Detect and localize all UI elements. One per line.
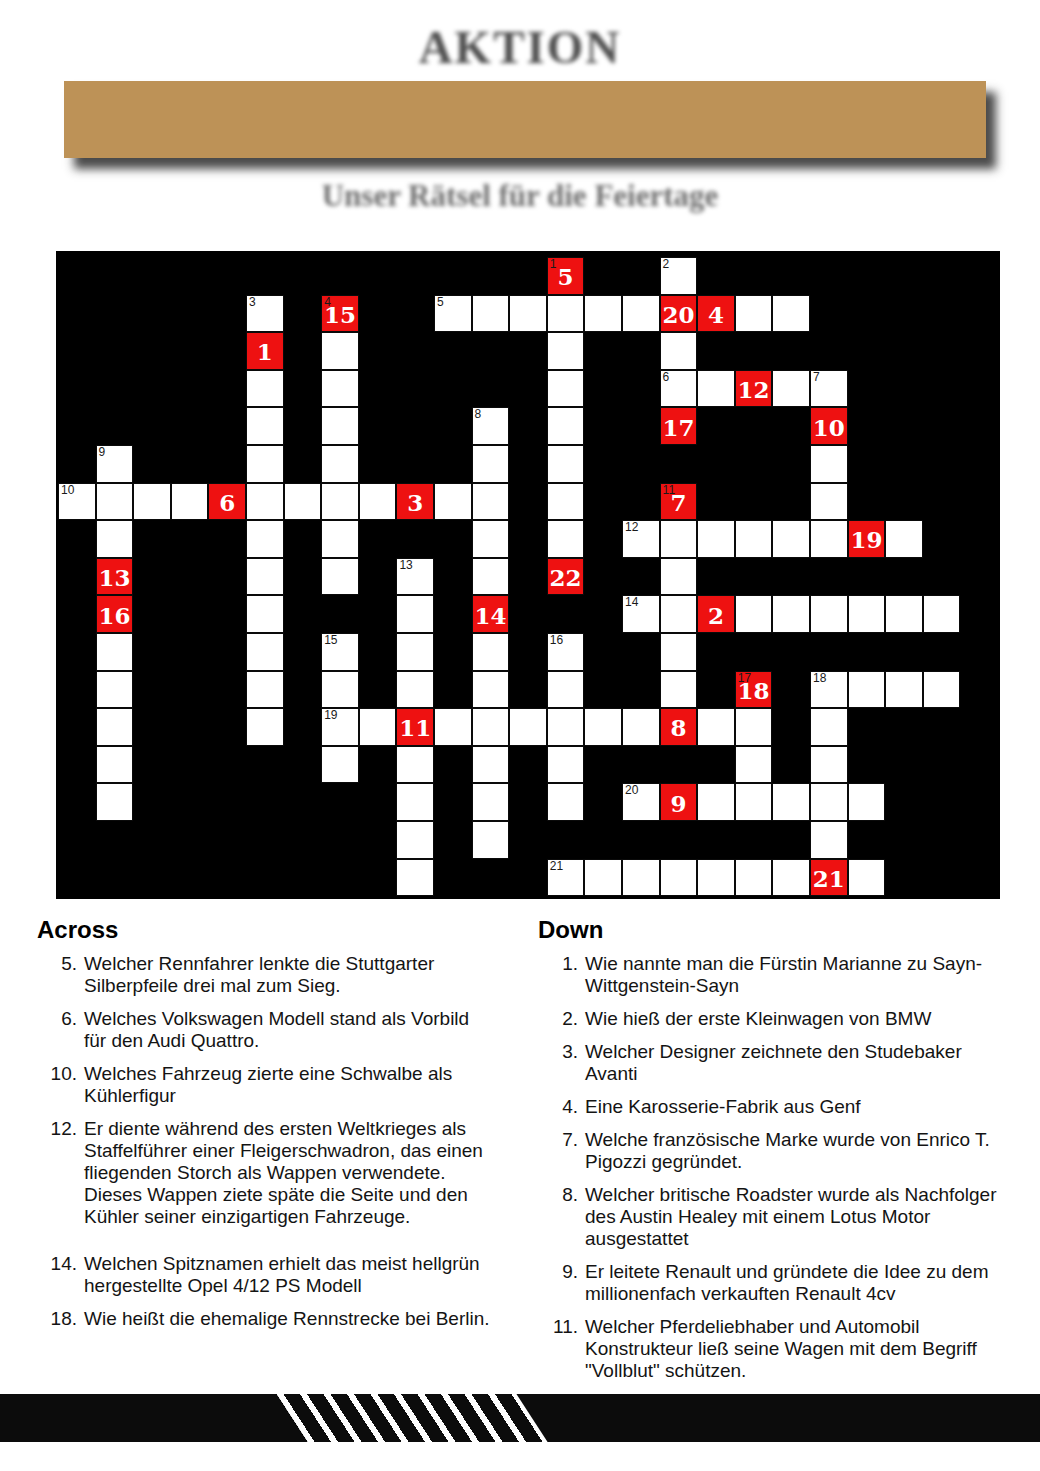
grid-cell [584, 859, 622, 897]
clues-section: Across 5.Welcher Rennfahrer lenkte die S… [0, 916, 1040, 1376]
highlight-cell: 711 [660, 483, 698, 521]
highlight-number: 8 [670, 716, 686, 739]
grid-cell [772, 783, 810, 821]
highlight-number: 19 [850, 528, 882, 551]
grid-cell: 6 [660, 370, 698, 408]
grid-cell [171, 483, 209, 521]
clue-number: 9 [99, 446, 106, 459]
clue-number: 13 [399, 559, 412, 572]
clue-item: 3.Welcher Designer zeichnete den Studeba… [538, 1041, 1020, 1085]
grid-cell [547, 332, 585, 370]
highlight-number: 6 [219, 491, 235, 514]
grid-cell: 14 [622, 595, 660, 633]
grid-cell [660, 520, 698, 558]
title-banner [64, 81, 986, 158]
page-subtitle: Unser Rätsel für die Feiertage [0, 178, 1040, 214]
grid-cell [810, 746, 848, 784]
clue-item-text: Welches Volkswagen Modell stand als Vorb… [84, 1008, 494, 1052]
clue-item-text: Welche französische Marke wurde von Enri… [585, 1129, 1005, 1173]
grid-cell [547, 370, 585, 408]
grid-cell [848, 859, 886, 897]
grid-cell [321, 483, 359, 521]
grid-cell: 19 [321, 708, 359, 746]
grid-cell [848, 595, 886, 633]
clue-number: 14 [625, 596, 638, 609]
grid-cell [246, 595, 284, 633]
grid-cell [547, 783, 585, 821]
grid-cell: 13 [396, 558, 434, 596]
highlight-cell: 13 [96, 558, 134, 596]
grid-cell [735, 520, 773, 558]
grid-cell: 18 [810, 671, 848, 709]
highlight-cell: 51 [547, 257, 585, 295]
grid-cell [660, 859, 698, 897]
clue-number: 11 [663, 484, 675, 497]
grid-cell: 10 [58, 483, 96, 521]
page-title: AKTION [0, 20, 1040, 74]
clue-number: 18 [813, 672, 826, 685]
clue-item-number: 5. [37, 953, 84, 997]
grid-cell [810, 483, 848, 521]
grid-cell [772, 370, 810, 408]
grid-cell: 9 [96, 445, 134, 483]
grid-cell: 2 [660, 257, 698, 295]
grid-cell [923, 595, 961, 633]
clue-item: 12.Er diente während des ersten Weltkrie… [37, 1118, 499, 1228]
clue-item-text: Welcher Pferdeliebhaber und Automobil Ko… [585, 1316, 1005, 1382]
clue-number: 21 [550, 860, 563, 873]
grid-cell [321, 445, 359, 483]
grid-cell: 3 [246, 295, 284, 333]
grid-cell [547, 483, 585, 521]
grid-cell [472, 483, 510, 521]
clue-item-number: 14. [37, 1253, 84, 1297]
clue-item-text: Eine Karosserie-Fabrik aus Genf [585, 1096, 1005, 1118]
grid-cell [810, 821, 848, 859]
clue-item-number: 9. [538, 1261, 585, 1305]
highlight-cell: 16 [96, 595, 134, 633]
grid-cell: 8 [472, 407, 510, 445]
clue-item: 10.Welches Fahrzeug zierte eine Schwalbe… [37, 1063, 499, 1107]
grid-cell: 21 [547, 859, 585, 897]
clue-number: 8 [475, 408, 482, 421]
grid-cell [584, 708, 622, 746]
highlight-cell: 154 [321, 295, 359, 333]
grid-cell [246, 520, 284, 558]
clue-item-number: 10. [37, 1063, 84, 1107]
grid-cell [246, 708, 284, 746]
across-heading: Across [37, 916, 499, 944]
clue-item: 4.Eine Karosserie-Fabrik aus Genf [538, 1096, 1020, 1118]
grid-cell [810, 783, 848, 821]
clue-number: 2 [663, 258, 670, 271]
grid-cell [547, 746, 585, 784]
grid-cell [96, 671, 134, 709]
grid-cell [923, 671, 961, 709]
highlight-number: 5 [558, 265, 574, 288]
clue-item-number: 1. [538, 953, 585, 997]
grid-cell [359, 483, 397, 521]
clue-item-text: Welcher Designer zeichnete den Studebake… [585, 1041, 1005, 1085]
crossword-board: 5123154520416127817109106371112191313221… [56, 251, 1000, 899]
grid-cell [96, 483, 134, 521]
grid-cell [321, 407, 359, 445]
highlight-cell: 11 [396, 708, 434, 746]
clue-item: 18.Wie heißt die ehemalige Rennstrecke b… [37, 1308, 499, 1330]
grid-cell [321, 332, 359, 370]
grid-cell [735, 859, 773, 897]
clue-item-number: 4. [538, 1096, 585, 1118]
clue-number: 15 [324, 634, 337, 647]
down-section: Down 1.Wie nannte man die Fürstin Marian… [538, 916, 1020, 1393]
highlight-number: 9 [670, 792, 686, 815]
grid-cell [547, 708, 585, 746]
grid-cell [697, 859, 735, 897]
grid-cell [810, 595, 848, 633]
grid-cell: 15 [321, 633, 359, 671]
grid-cell [96, 633, 134, 671]
grid-cell [660, 633, 698, 671]
grid-cell [321, 671, 359, 709]
grid-cell [697, 520, 735, 558]
grid-cell [359, 708, 397, 746]
grid-cell [547, 295, 585, 333]
highlight-cell: 17 [660, 407, 698, 445]
highlight-cell: 21 [810, 859, 848, 897]
clue-item: 5.Welcher Rennfahrer lenkte die Stuttgar… [37, 953, 499, 997]
down-clue-list: 1.Wie nannte man die Fürstin Marianne zu… [538, 953, 1020, 1382]
clue-item: 6.Welches Volkswagen Modell stand als Vo… [37, 1008, 499, 1052]
grid-cell [321, 746, 359, 784]
grid-cell [735, 708, 773, 746]
grid-cell [434, 708, 472, 746]
grid-cell [622, 859, 660, 897]
clue-item-number: 2. [538, 1008, 585, 1030]
clue-item: 2.Wie hieß der erste Kleinwagen von BMW [538, 1008, 1020, 1030]
grid-cell [735, 295, 773, 333]
clue-number: 7 [813, 371, 820, 384]
clue-item-number: 18. [37, 1308, 84, 1330]
clue-item-text: Er diente während des ersten Weltkrieges… [84, 1118, 494, 1228]
highlight-number: 21 [813, 867, 845, 890]
grid-cell [547, 407, 585, 445]
grid-cell [697, 370, 735, 408]
grid-cell [434, 483, 472, 521]
highlight-cell: 1 [246, 332, 284, 370]
clue-item: 11.Welcher Pferdeliebhaber und Automobil… [538, 1316, 1020, 1382]
grid-cell [622, 708, 660, 746]
clue-item-text: Wie hieß der erste Kleinwagen von BMW [585, 1008, 1005, 1030]
highlight-cell: 2 [697, 595, 735, 633]
grid-cell [885, 595, 923, 633]
grid-cell [396, 671, 434, 709]
clue-number: 6 [663, 371, 670, 384]
grid-cell [885, 520, 923, 558]
clue-number: 19 [324, 709, 337, 722]
grid-cell [246, 558, 284, 596]
grid-cell [472, 746, 510, 784]
clue-item-number: 6. [37, 1008, 84, 1052]
grid-cell [472, 558, 510, 596]
clue-item-text: Welcher Rennfahrer lenkte die Stuttgarte… [84, 953, 494, 997]
grid-cell [772, 520, 810, 558]
grid-cell: 20 [622, 783, 660, 821]
grid-cell [396, 746, 434, 784]
clue-number: 20 [625, 784, 638, 797]
clue-item: 8.Welcher britische Roadster wurde als N… [538, 1184, 1020, 1250]
highlight-cell: 12 [735, 370, 773, 408]
grid-cell [735, 783, 773, 821]
clue-item: 7.Welche französische Marke wurde von En… [538, 1129, 1020, 1173]
grid-cell [735, 746, 773, 784]
grid-cell [321, 370, 359, 408]
highlight-cell: 22 [547, 558, 585, 596]
clue-number: 16 [550, 634, 563, 647]
grid-cell [472, 708, 510, 746]
highlight-number: 4 [708, 303, 724, 326]
grid-cell [772, 859, 810, 897]
clue-item: 1.Wie nannte man die Fürstin Marianne zu… [538, 953, 1020, 997]
clue-item-number: 11. [538, 1316, 585, 1382]
clue-item: 14.Welchen Spitznamen erhielt das meist … [37, 1253, 499, 1297]
grid-cell [472, 633, 510, 671]
grid-cell [772, 595, 810, 633]
grid-cell [697, 783, 735, 821]
highlight-cell: 20 [660, 295, 698, 333]
grid-cell [321, 558, 359, 596]
grid-cell [848, 671, 886, 709]
grid-cell [396, 859, 434, 897]
across-clue-list: 5.Welcher Rennfahrer lenkte die Stuttgar… [37, 953, 499, 1330]
grid-cell [735, 595, 773, 633]
grid-cell [509, 295, 547, 333]
clue-item-text: Welchen Spitznamen erhielt das meist hel… [84, 1253, 494, 1297]
grid-cell [472, 821, 510, 859]
grid-cell [810, 445, 848, 483]
highlight-cell: 9 [660, 783, 698, 821]
grid-cell [246, 407, 284, 445]
crossword-grid: 5123154520416127817109106371112191313221… [58, 257, 962, 897]
grid-cell [622, 295, 660, 333]
clue-number: 1 [550, 258, 557, 271]
grid-cell [396, 595, 434, 633]
grid-cell [284, 483, 322, 521]
clue-item-text: Wie nannte man die Fürstin Marianne zu S… [585, 953, 1005, 997]
grid-cell [133, 483, 171, 521]
footer-stripes-icon [273, 1394, 552, 1442]
highlight-cell: 8 [660, 708, 698, 746]
grid-cell: 7 [810, 370, 848, 408]
highlight-cell: 14 [472, 595, 510, 633]
grid-cell: 12 [622, 520, 660, 558]
clue-item: 9.Er leitete Renault und gründete die Id… [538, 1261, 1020, 1305]
highlight-number: 3 [407, 491, 423, 514]
grid-cell [321, 520, 359, 558]
grid-cell [472, 783, 510, 821]
grid-cell [509, 708, 547, 746]
grid-cell [396, 783, 434, 821]
down-heading: Down [538, 916, 1020, 944]
grid-cell [772, 295, 810, 333]
grid-cell [472, 445, 510, 483]
grid-cell: 5 [434, 295, 472, 333]
clue-item-text: Welches Fahrzeug zierte eine Schwalbe al… [84, 1063, 494, 1107]
highlight-number: 2 [708, 604, 724, 627]
highlight-number: 16 [98, 604, 130, 627]
grid-cell [96, 746, 134, 784]
highlight-number: 17 [662, 416, 694, 439]
highlight-cell: 10 [810, 407, 848, 445]
grid-cell [246, 445, 284, 483]
highlight-number: 13 [98, 566, 130, 589]
highlight-cell: 4 [697, 295, 735, 333]
grid-cell [472, 671, 510, 709]
clue-item-number: 12. [37, 1118, 84, 1228]
across-section: Across 5.Welcher Rennfahrer lenkte die S… [37, 916, 499, 1341]
highlight-cell: 1817 [735, 671, 773, 709]
grid-cell [396, 821, 434, 859]
clue-item-text: Welcher britische Roadster wurde als Nac… [585, 1184, 1005, 1250]
highlight-number: 11 [399, 716, 431, 739]
clue-number: 5 [437, 296, 444, 309]
highlight-number: 20 [662, 303, 694, 326]
clue-number: 10 [61, 484, 74, 497]
grid-cell [810, 708, 848, 746]
grid-cell [96, 783, 134, 821]
clue-item-text: Wie heißt die ehemalige Rennstrecke bei … [84, 1308, 494, 1330]
grid-cell [885, 671, 923, 709]
clue-item-number: 3. [538, 1041, 585, 1085]
clue-item-number: 7. [538, 1129, 585, 1173]
grid-cell [848, 783, 886, 821]
grid-cell [246, 671, 284, 709]
grid-cell [660, 332, 698, 370]
grid-cell [660, 595, 698, 633]
grid-cell [246, 370, 284, 408]
clue-number: 4 [324, 296, 331, 309]
highlight-number: 1 [257, 340, 273, 363]
grid-cell [96, 708, 134, 746]
grid-cell [547, 445, 585, 483]
grid-cell [547, 671, 585, 709]
highlight-number: 10 [813, 416, 845, 439]
grid-cell [96, 520, 134, 558]
clue-number: 12 [625, 521, 638, 534]
grid-cell [660, 671, 698, 709]
grid-cell [472, 520, 510, 558]
grid-cell [584, 295, 622, 333]
highlight-number: 22 [550, 566, 582, 589]
clue-number: 17 [738, 672, 751, 685]
grid-cell [472, 295, 510, 333]
grid-cell [396, 633, 434, 671]
grid-cell [660, 558, 698, 596]
highlight-cell: 19 [848, 520, 886, 558]
grid-cell [246, 633, 284, 671]
clue-item-text: Er leitete Renault und gründete die Idee… [585, 1261, 1005, 1305]
grid-cell [810, 520, 848, 558]
grid-cell: 16 [547, 633, 585, 671]
highlight-cell: 3 [396, 483, 434, 521]
grid-cell [246, 483, 284, 521]
highlight-number: 14 [474, 604, 506, 627]
grid-cell [697, 708, 735, 746]
highlight-cell: 6 [208, 483, 246, 521]
clue-number: 3 [249, 296, 256, 309]
clue-item-number: 8. [538, 1184, 585, 1250]
highlight-number: 12 [738, 378, 770, 401]
footer-bar [0, 1394, 1040, 1442]
grid-cell [547, 520, 585, 558]
